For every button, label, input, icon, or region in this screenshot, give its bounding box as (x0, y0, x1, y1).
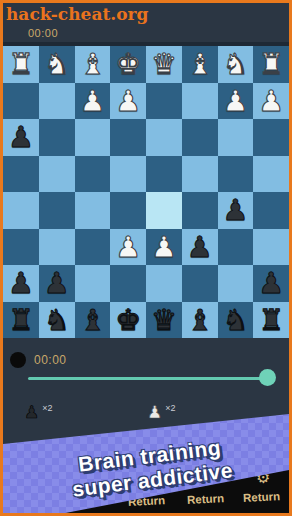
piece-wR: ♜ (8, 46, 34, 82)
square-a1[interactable]: ♜ (253, 46, 289, 83)
piece-bP: ♟ (222, 192, 248, 228)
piece-bN: ♞ (222, 302, 248, 338)
square-h2[interactable] (3, 83, 39, 120)
piece-bB: ♝ (187, 302, 213, 338)
square-g3[interactable] (39, 119, 75, 156)
return-button-3[interactable]: Return (243, 490, 281, 504)
square-a3[interactable] (253, 119, 289, 156)
square-a2[interactable]: ♟ (253, 83, 289, 120)
piece-wP: ♟ (151, 229, 177, 265)
captured-black-pawns: ♟ ×2 (24, 401, 53, 423)
square-b4[interactable] (218, 156, 254, 193)
square-f1[interactable]: ♝ (75, 46, 111, 83)
piece-bP: ♟ (8, 265, 34, 301)
piece-wN: ♞ (44, 46, 70, 82)
square-f3[interactable] (75, 119, 111, 156)
square-d7[interactable] (146, 265, 182, 302)
square-d6[interactable]: ♟ (146, 229, 182, 266)
black-pawn-icon: ♟ (24, 401, 39, 423)
piece-bP: ♟ (8, 119, 34, 155)
square-g4[interactable] (39, 156, 75, 193)
square-d2[interactable] (146, 83, 182, 120)
piece-bR: ♜ (8, 302, 34, 338)
captured-white-pawns: ♟ ×2 (147, 401, 176, 423)
square-d4[interactable] (146, 156, 182, 193)
piece-wP: ♟ (222, 83, 248, 119)
square-e7[interactable] (110, 265, 146, 302)
square-c6[interactable]: ♟ (182, 229, 218, 266)
piece-bQ: ♛ (151, 302, 177, 338)
square-f2[interactable]: ♟ (75, 83, 111, 120)
square-a8[interactable]: ♜ (253, 302, 289, 339)
square-c8[interactable]: ♝ (182, 302, 218, 339)
app-screenshot-frame: hack-cheat.org 00:00 ♜♞♝♚♛♝♞♜♟♟♟♟♟♟♟♟♟♟♟… (0, 0, 292, 516)
square-b7[interactable] (218, 265, 254, 302)
square-f8[interactable]: ♝ (75, 302, 111, 339)
piece-bB: ♝ (79, 302, 105, 338)
square-h5[interactable] (3, 192, 39, 229)
square-g6[interactable] (39, 229, 75, 266)
square-c1[interactable]: ♝ (182, 46, 218, 83)
piece-wN: ♞ (222, 46, 248, 82)
square-e1[interactable]: ♚ (110, 46, 146, 83)
square-c7[interactable] (182, 265, 218, 302)
piece-wP: ♟ (79, 83, 105, 119)
piece-wR: ♜ (258, 46, 284, 82)
square-b6[interactable] (218, 229, 254, 266)
square-e2[interactable]: ♟ (110, 83, 146, 120)
square-e4[interactable] (110, 156, 146, 193)
square-g8[interactable]: ♞ (39, 302, 75, 339)
square-c3[interactable] (182, 119, 218, 156)
piece-bP: ♟ (44, 265, 70, 301)
captured-count: ×2 (165, 403, 175, 413)
square-c5[interactable] (182, 192, 218, 229)
square-b3[interactable] (218, 119, 254, 156)
square-d1[interactable]: ♛ (146, 46, 182, 83)
square-f4[interactable] (75, 156, 111, 193)
square-d8[interactable]: ♛ (146, 302, 182, 339)
square-f6[interactable] (75, 229, 111, 266)
square-h3[interactable]: ♟ (3, 119, 39, 156)
square-b1[interactable]: ♞ (218, 46, 254, 83)
piece-wB: ♝ (187, 46, 213, 82)
square-c2[interactable] (182, 83, 218, 120)
piece-wP: ♟ (115, 83, 141, 119)
square-g7[interactable]: ♟ (39, 265, 75, 302)
opponent-clock: 00:00 (28, 27, 58, 39)
piece-bN: ♞ (44, 302, 70, 338)
piece-bK: ♚ (115, 302, 141, 338)
watermark-text: hack-cheat.org (6, 4, 148, 24)
square-g2[interactable] (39, 83, 75, 120)
player-clock: 00:00 (34, 353, 67, 367)
square-h4[interactable] (3, 156, 39, 193)
square-g5[interactable] (39, 192, 75, 229)
square-a4[interactable] (253, 156, 289, 193)
piece-wB: ♝ (79, 46, 105, 82)
square-h1[interactable]: ♜ (3, 46, 39, 83)
square-f7[interactable] (75, 265, 111, 302)
white-pawn-icon: ♟ (147, 401, 162, 423)
square-d3[interactable] (146, 119, 182, 156)
square-b8[interactable]: ♞ (218, 302, 254, 339)
square-e8[interactable]: ♚ (110, 302, 146, 339)
square-e5[interactable] (110, 192, 146, 229)
piece-wP: ♟ (115, 229, 141, 265)
piece-bR: ♜ (258, 302, 284, 338)
piece-wQ: ♛ (151, 46, 177, 82)
square-a6[interactable] (253, 229, 289, 266)
replay-slider-track[interactable] (28, 377, 270, 380)
piece-wK: ♚ (115, 46, 141, 82)
square-e6[interactable]: ♟ (110, 229, 146, 266)
chess-board[interactable]: ♜♞♝♚♛♝♞♜♟♟♟♟♟♟♟♟♟♟♟♟♜♞♝♚♛♝♞♜ (3, 46, 289, 338)
piece-wP: ♟ (258, 83, 284, 119)
square-a7[interactable]: ♟ (253, 265, 289, 302)
turn-indicator-dot (10, 352, 26, 368)
square-b5[interactable]: ♟ (218, 192, 254, 229)
square-f5[interactable] (75, 192, 111, 229)
square-e3[interactable] (110, 119, 146, 156)
replay-slider-knob[interactable] (259, 369, 276, 386)
captured-count: ×2 (42, 403, 52, 413)
square-h8[interactable]: ♜ (3, 302, 39, 339)
square-h7[interactable]: ♟ (3, 265, 39, 302)
square-h6[interactable] (3, 229, 39, 266)
return-button-2[interactable]: Return (187, 492, 225, 506)
square-a5[interactable] (253, 192, 289, 229)
piece-bP: ♟ (187, 229, 213, 265)
square-d5[interactable] (146, 192, 182, 229)
square-g1[interactable]: ♞ (39, 46, 75, 83)
piece-bP: ♟ (258, 265, 284, 301)
square-b2[interactable]: ♟ (218, 83, 254, 120)
square-c4[interactable] (182, 156, 218, 193)
